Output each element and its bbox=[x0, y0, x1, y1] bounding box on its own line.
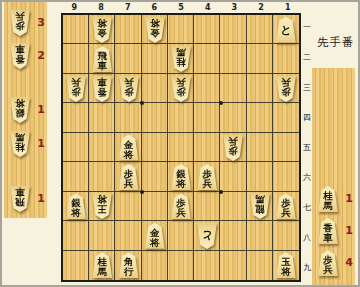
square-2八[interactable] bbox=[247, 221, 273, 250]
hand-count: 2 bbox=[35, 49, 47, 62]
piece-gote-王将[interactable]: 王将 bbox=[91, 193, 113, 219]
piece-face: 銀将 bbox=[9, 97, 31, 123]
hand-count: 1 bbox=[35, 192, 47, 205]
piece-gote-桂馬[interactable]: 桂馬 bbox=[9, 131, 31, 157]
square-9六[interactable] bbox=[63, 162, 89, 191]
piece-face: 歩兵 bbox=[170, 76, 192, 102]
square-5四[interactable] bbox=[168, 103, 194, 132]
square-9二[interactable] bbox=[63, 44, 89, 73]
square-2九[interactable] bbox=[247, 251, 273, 280]
hand-count: 1 bbox=[343, 224, 355, 237]
piece-face: 金将 bbox=[144, 17, 166, 43]
square-9五[interactable] bbox=[63, 133, 89, 162]
square-6六[interactable] bbox=[142, 162, 168, 191]
square-3二[interactable] bbox=[220, 44, 246, 73]
square-6四[interactable] bbox=[142, 103, 168, 132]
square-8八[interactable] bbox=[89, 221, 115, 250]
piece-face: 桂馬 bbox=[91, 252, 113, 278]
square-1四[interactable] bbox=[273, 103, 299, 132]
gote-hand-tray: 歩兵3香車2銀将1桂馬1飛車1 bbox=[4, 2, 47, 218]
piece-gote-飛車[interactable]: 飛車 bbox=[9, 186, 31, 212]
piece-gote-香車[interactable]: 香車 bbox=[9, 43, 31, 69]
star-point bbox=[219, 190, 223, 194]
sente-hand-tray: 桂馬1香車1歩兵4 bbox=[312, 68, 355, 285]
square-5九[interactable] bbox=[168, 251, 194, 280]
square-5一[interactable] bbox=[168, 15, 194, 44]
piece-face: 桂馬 bbox=[9, 131, 31, 157]
piece-sente-歩兵[interactable]: 歩兵 bbox=[317, 250, 339, 276]
piece-face: 桂馬 bbox=[170, 46, 192, 72]
piece-face: 銀将 bbox=[65, 193, 87, 219]
rank-label-五: 五 bbox=[302, 133, 312, 163]
piece-face: 歩兵 bbox=[275, 193, 297, 219]
square-3七[interactable] bbox=[220, 192, 246, 221]
piece-gote-歩兵[interactable]: 歩兵 bbox=[170, 76, 192, 102]
piece-face: 香車 bbox=[9, 43, 31, 69]
piece-sente-角行[interactable]: 角行 bbox=[118, 252, 140, 278]
hand-gote-香車[interactable]: 香車2 bbox=[4, 43, 47, 71]
piece-gote-歩兵[interactable]: 歩兵 bbox=[222, 135, 244, 161]
piece-sente-金将[interactable]: 金将 bbox=[118, 135, 140, 161]
hand-count: 1 bbox=[35, 103, 47, 116]
square-7二[interactable] bbox=[115, 44, 141, 73]
square-3三[interactable] bbox=[220, 74, 246, 103]
square-7四[interactable] bbox=[115, 103, 141, 132]
file-label-8: 8 bbox=[88, 3, 115, 12]
piece-sente-歩兵[interactable]: 歩兵 bbox=[275, 193, 297, 219]
file-label-6: 6 bbox=[141, 3, 168, 12]
square-4一[interactable] bbox=[194, 15, 220, 44]
hand-count: 3 bbox=[35, 16, 47, 29]
file-labels: 987654321 bbox=[61, 3, 301, 12]
piece-sente-歩兵[interactable]: 歩兵 bbox=[170, 193, 192, 219]
piece-sente-歩兵[interactable]: 歩兵 bbox=[196, 164, 218, 190]
square-4二[interactable] bbox=[194, 44, 220, 73]
piece-gote-歩兵[interactable]: 歩兵 bbox=[9, 10, 31, 36]
piece-face: 王将 bbox=[91, 193, 113, 219]
star-point bbox=[219, 101, 223, 105]
shogi-app: 歩兵3香車2銀将1桂馬1飛車1 987654321 一二三四五六七八九 金将金将… bbox=[0, 0, 360, 287]
piece-face: 歩兵 bbox=[170, 193, 192, 219]
piece-face: 龍馬 bbox=[249, 193, 271, 219]
piece-face: 飛車 bbox=[9, 186, 31, 212]
hand-gote-桂馬[interactable]: 桂馬1 bbox=[4, 131, 47, 159]
piece-gote-香車[interactable]: 香車 bbox=[91, 76, 113, 102]
square-2五[interactable] bbox=[247, 133, 273, 162]
square-5五[interactable] bbox=[168, 133, 194, 162]
file-label-7: 7 bbox=[114, 3, 141, 12]
piece-gote-金将[interactable]: 金将 bbox=[144, 17, 166, 43]
square-8五[interactable] bbox=[89, 133, 115, 162]
square-9一[interactable] bbox=[63, 15, 89, 44]
square-4七[interactable] bbox=[194, 192, 220, 221]
square-6九[interactable] bbox=[142, 251, 168, 280]
piece-face: 金将 bbox=[118, 135, 140, 161]
file-label-2: 2 bbox=[248, 3, 275, 12]
hand-count: 1 bbox=[343, 192, 355, 205]
piece-face: 歩兵 bbox=[196, 164, 218, 190]
piece-face: と bbox=[196, 223, 218, 249]
square-9九[interactable] bbox=[63, 251, 89, 280]
piece-sente-香車[interactable]: 香車 bbox=[317, 218, 339, 244]
rank-label-九: 九 bbox=[302, 252, 312, 282]
square-7一[interactable] bbox=[115, 15, 141, 44]
piece-face: と bbox=[275, 17, 297, 43]
square-1五[interactable] bbox=[273, 133, 299, 162]
piece-sente-と[interactable]: と bbox=[275, 17, 297, 43]
turn-indicator: 先手番 bbox=[317, 35, 355, 50]
file-label-5: 5 bbox=[168, 3, 195, 12]
piece-gote-桂馬[interactable]: 桂馬 bbox=[170, 46, 192, 72]
hand-count: 1 bbox=[35, 137, 47, 150]
piece-gote-歩兵[interactable]: 歩兵 bbox=[65, 76, 87, 102]
piece-gote-と[interactable]: と bbox=[196, 223, 218, 249]
square-1八[interactable] bbox=[273, 221, 299, 250]
rank-label-二: 二 bbox=[302, 43, 312, 73]
rank-labels: 一二三四五六七八九 bbox=[302, 13, 312, 282]
rank-label-三: 三 bbox=[302, 73, 312, 103]
square-3八[interactable] bbox=[220, 221, 246, 250]
piece-sente-桂馬[interactable]: 桂馬 bbox=[317, 186, 339, 212]
piece-face: 桂馬 bbox=[317, 186, 339, 212]
piece-face: 歩兵 bbox=[9, 10, 31, 36]
file-label-9: 9 bbox=[61, 3, 88, 12]
piece-gote-龍馬[interactable]: 龍馬 bbox=[249, 193, 271, 219]
hand-sente-香車[interactable]: 香車1 bbox=[312, 218, 355, 246]
piece-face: 銀将 bbox=[170, 164, 192, 190]
rank-label-八: 八 bbox=[302, 222, 312, 252]
square-6七[interactable] bbox=[142, 192, 168, 221]
piece-sente-飛車[interactable]: 飛車 bbox=[91, 46, 113, 72]
rank-label-七: 七 bbox=[302, 192, 312, 222]
shogi-board[interactable]: 金将金将と飛車桂馬歩兵香車歩兵歩兵歩兵金将歩兵歩兵銀将歩兵銀将王将歩兵龍馬歩兵金… bbox=[61, 13, 301, 282]
piece-face: 歩兵 bbox=[222, 135, 244, 161]
hand-gote-銀将[interactable]: 銀将1 bbox=[4, 97, 47, 125]
square-4五[interactable] bbox=[194, 133, 220, 162]
square-2四[interactable] bbox=[247, 103, 273, 132]
hand-gote-飛車[interactable]: 飛車1 bbox=[4, 186, 47, 214]
square-6五[interactable] bbox=[142, 133, 168, 162]
square-9四[interactable] bbox=[63, 103, 89, 132]
piece-gote-歩兵[interactable]: 歩兵 bbox=[118, 76, 140, 102]
piece-face: 角行 bbox=[118, 252, 140, 278]
file-label-1: 1 bbox=[274, 3, 301, 12]
square-2六[interactable] bbox=[247, 162, 273, 191]
piece-face: 歩兵 bbox=[65, 76, 87, 102]
square-4三[interactable] bbox=[194, 74, 220, 103]
file-label-4: 4 bbox=[194, 3, 221, 12]
square-7八[interactable] bbox=[115, 221, 141, 250]
square-5八[interactable] bbox=[168, 221, 194, 250]
square-2三[interactable] bbox=[247, 74, 273, 103]
piece-face: 金将 bbox=[144, 223, 166, 249]
square-6二[interactable] bbox=[142, 44, 168, 73]
piece-face: 歩兵 bbox=[317, 250, 339, 276]
square-9八[interactable] bbox=[63, 221, 89, 250]
rank-label-六: 六 bbox=[302, 162, 312, 192]
star-point bbox=[140, 101, 144, 105]
hand-sente-桂馬[interactable]: 桂馬1 bbox=[312, 186, 355, 214]
square-4九[interactable] bbox=[194, 251, 220, 280]
square-2一[interactable] bbox=[247, 15, 273, 44]
piece-sente-銀将[interactable]: 銀将 bbox=[65, 193, 87, 219]
piece-face: 飛車 bbox=[91, 46, 113, 72]
rank-label-一: 一 bbox=[302, 13, 312, 43]
square-3六[interactable] bbox=[220, 162, 246, 191]
piece-face: 玉将 bbox=[275, 252, 297, 278]
hand-gote-歩兵[interactable]: 歩兵3 bbox=[4, 10, 47, 38]
rank-label-四: 四 bbox=[302, 103, 312, 133]
file-label-3: 3 bbox=[221, 3, 248, 12]
piece-face: 香車 bbox=[317, 218, 339, 244]
piece-face: 歩兵 bbox=[118, 76, 140, 102]
piece-face: 歩兵 bbox=[275, 76, 297, 102]
piece-gote-金将[interactable]: 金将 bbox=[91, 17, 113, 43]
piece-sente-銀将[interactable]: 銀将 bbox=[170, 164, 192, 190]
piece-face: 金将 bbox=[91, 17, 113, 43]
square-4四[interactable] bbox=[194, 103, 220, 132]
piece-sente-金将[interactable]: 金将 bbox=[144, 223, 166, 249]
square-8四[interactable] bbox=[89, 103, 115, 132]
hand-sente-歩兵[interactable]: 歩兵4 bbox=[312, 250, 355, 278]
square-1六[interactable] bbox=[273, 162, 299, 191]
piece-sente-歩兵[interactable]: 歩兵 bbox=[118, 164, 140, 190]
hand-count: 4 bbox=[343, 256, 355, 269]
square-2二[interactable] bbox=[247, 44, 273, 73]
square-1二[interactable] bbox=[273, 44, 299, 73]
piece-sente-桂馬[interactable]: 桂馬 bbox=[91, 252, 113, 278]
square-3四[interactable] bbox=[220, 103, 246, 132]
square-3一[interactable] bbox=[220, 15, 246, 44]
piece-sente-玉将[interactable]: 玉将 bbox=[275, 252, 297, 278]
square-7七[interactable] bbox=[115, 192, 141, 221]
square-8六[interactable] bbox=[89, 162, 115, 191]
square-6三[interactable] bbox=[142, 74, 168, 103]
star-point bbox=[140, 190, 144, 194]
square-3九[interactable] bbox=[220, 251, 246, 280]
piece-face: 歩兵 bbox=[118, 164, 140, 190]
piece-gote-歩兵[interactable]: 歩兵 bbox=[275, 76, 297, 102]
piece-gote-銀将[interactable]: 銀将 bbox=[9, 97, 31, 123]
piece-face: 香車 bbox=[91, 76, 113, 102]
